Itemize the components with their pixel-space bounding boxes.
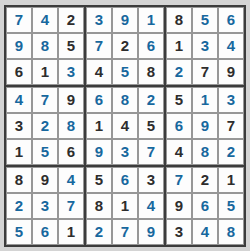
cell-r5c6[interactable]: 5 [138, 113, 164, 139]
cell-r2c9[interactable]: 4 [218, 33, 244, 59]
cell-r5c2[interactable]: 2 [32, 113, 58, 139]
cell-r6c5[interactable]: 3 [112, 139, 138, 165]
sudoku-board: 7429856133917264588561342794793281566821… [4, 5, 246, 247]
cell-r6c1[interactable]: 1 [6, 139, 32, 165]
cell-r8c1[interactable]: 2 [6, 193, 32, 219]
cell-r5c1[interactable]: 3 [6, 113, 32, 139]
cell-r2c1[interactable]: 9 [6, 33, 32, 59]
cell-r6c2[interactable]: 5 [32, 139, 58, 165]
cell-r7c6[interactable]: 3 [138, 167, 164, 193]
cell-r7c4[interactable]: 5 [86, 167, 112, 193]
cell-r9c6[interactable]: 9 [138, 219, 164, 245]
cell-r5c5[interactable]: 4 [112, 113, 138, 139]
cell-r1c9[interactable]: 6 [218, 7, 244, 33]
box-7: 894237561 [6, 167, 84, 245]
cell-r2c8[interactable]: 3 [192, 33, 218, 59]
cell-r4c2[interactable]: 7 [32, 87, 58, 113]
box-5: 682145937 [86, 87, 164, 165]
cell-r3c4[interactable]: 4 [86, 59, 112, 85]
cell-r3c7[interactable]: 2 [166, 59, 192, 85]
cell-r2c2[interactable]: 8 [32, 33, 58, 59]
cell-r1c8[interactable]: 5 [192, 7, 218, 33]
cell-r2c5[interactable]: 2 [112, 33, 138, 59]
cell-r9c8[interactable]: 4 [192, 219, 218, 245]
cell-r4c6[interactable]: 2 [138, 87, 164, 113]
cell-r6c6[interactable]: 7 [138, 139, 164, 165]
cell-r8c8[interactable]: 6 [192, 193, 218, 219]
cell-r5c3[interactable]: 8 [58, 113, 84, 139]
cell-r6c3[interactable]: 6 [58, 139, 84, 165]
box-4: 479328156 [6, 87, 84, 165]
cell-r3c2[interactable]: 1 [32, 59, 58, 85]
cell-r5c4[interactable]: 1 [86, 113, 112, 139]
cell-r4c3[interactable]: 9 [58, 87, 84, 113]
cell-r5c9[interactable]: 7 [218, 113, 244, 139]
cell-r9c5[interactable]: 7 [112, 219, 138, 245]
box-2: 391726458 [86, 7, 164, 85]
cell-r3c1[interactable]: 6 [6, 59, 32, 85]
cell-r9c3[interactable]: 1 [58, 219, 84, 245]
cell-r9c9[interactable]: 8 [218, 219, 244, 245]
cell-r1c5[interactable]: 9 [112, 7, 138, 33]
cell-r1c4[interactable]: 3 [86, 7, 112, 33]
cell-r4c5[interactable]: 8 [112, 87, 138, 113]
cell-r2c4[interactable]: 7 [86, 33, 112, 59]
cell-r8c2[interactable]: 3 [32, 193, 58, 219]
cell-r4c9[interactable]: 3 [218, 87, 244, 113]
cell-r7c9[interactable]: 1 [218, 167, 244, 193]
cell-r4c8[interactable]: 1 [192, 87, 218, 113]
cell-r9c1[interactable]: 5 [6, 219, 32, 245]
cell-r5c7[interactable]: 6 [166, 113, 192, 139]
cell-r2c3[interactable]: 5 [58, 33, 84, 59]
cell-r1c3[interactable]: 2 [58, 7, 84, 33]
cell-r4c7[interactable]: 5 [166, 87, 192, 113]
cell-r5c8[interactable]: 9 [192, 113, 218, 139]
cell-r7c8[interactable]: 2 [192, 167, 218, 193]
cell-r3c5[interactable]: 5 [112, 59, 138, 85]
cell-r8c9[interactable]: 5 [218, 193, 244, 219]
cell-r9c7[interactable]: 3 [166, 219, 192, 245]
cell-r9c4[interactable]: 2 [86, 219, 112, 245]
cell-r7c1[interactable]: 8 [6, 167, 32, 193]
cell-r1c1[interactable]: 7 [6, 7, 32, 33]
cell-r3c9[interactable]: 9 [218, 59, 244, 85]
box-1: 742985613 [6, 7, 84, 85]
cell-r6c4[interactable]: 9 [86, 139, 112, 165]
cell-r3c6[interactable]: 8 [138, 59, 164, 85]
cell-r7c7[interactable]: 7 [166, 167, 192, 193]
cell-r9c2[interactable]: 6 [32, 219, 58, 245]
cell-r1c7[interactable]: 8 [166, 7, 192, 33]
cell-r2c7[interactable]: 1 [166, 33, 192, 59]
cell-r4c1[interactable]: 4 [6, 87, 32, 113]
cell-r8c6[interactable]: 4 [138, 193, 164, 219]
page-frame: 7429856133917264588561342794793281566821… [0, 0, 250, 251]
cell-r6c7[interactable]: 4 [166, 139, 192, 165]
box-3: 856134279 [166, 7, 244, 85]
cell-r7c3[interactable]: 4 [58, 167, 84, 193]
cell-r1c2[interactable]: 4 [32, 7, 58, 33]
box-6: 513697482 [166, 87, 244, 165]
cell-r6c9[interactable]: 2 [218, 139, 244, 165]
cell-r1c6[interactable]: 1 [138, 7, 164, 33]
cell-r8c7[interactable]: 9 [166, 193, 192, 219]
cell-r8c3[interactable]: 7 [58, 193, 84, 219]
cell-r8c4[interactable]: 8 [86, 193, 112, 219]
cell-r7c5[interactable]: 6 [112, 167, 138, 193]
box-8: 563814279 [86, 167, 164, 245]
cell-r7c2[interactable]: 9 [32, 167, 58, 193]
box-9: 721965348 [166, 167, 244, 245]
cell-r6c8[interactable]: 8 [192, 139, 218, 165]
cell-r3c8[interactable]: 7 [192, 59, 218, 85]
cell-r3c3[interactable]: 3 [58, 59, 84, 85]
cell-r8c5[interactable]: 1 [112, 193, 138, 219]
cell-r2c6[interactable]: 6 [138, 33, 164, 59]
cell-r4c4[interactable]: 6 [86, 87, 112, 113]
